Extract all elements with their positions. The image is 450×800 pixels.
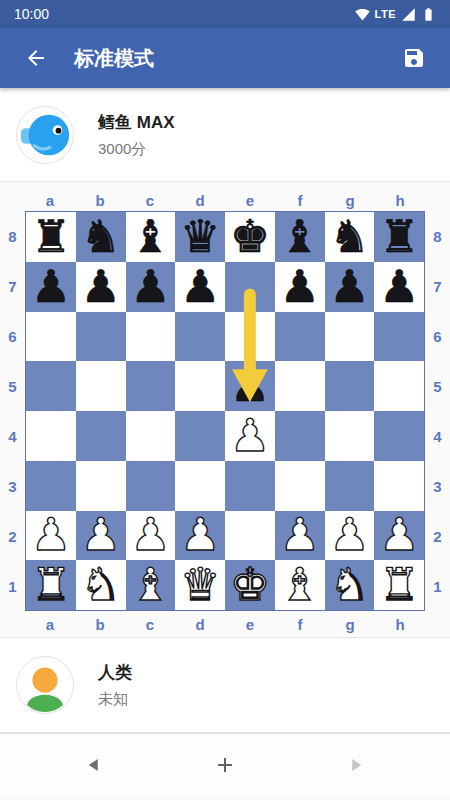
piece-white-king: ♚ xyxy=(230,561,270,609)
square-b2[interactable]: ♟ xyxy=(76,511,126,561)
rank-label-7: 7 xyxy=(425,261,450,311)
square-g4[interactable] xyxy=(325,411,375,461)
square-e8[interactable]: ♚ xyxy=(225,212,275,262)
piece-black-knight: ♞ xyxy=(329,213,369,261)
square-d2[interactable]: ♟ xyxy=(175,511,225,561)
piece-white-pawn: ♟ xyxy=(31,511,71,559)
square-c5[interactable] xyxy=(126,361,176,411)
rank-label-6: 6 xyxy=(0,311,25,361)
previous-move-icon[interactable] xyxy=(76,747,112,783)
square-a3[interactable] xyxy=(26,461,76,511)
square-a4[interactable] xyxy=(26,411,76,461)
rank-label-8: 8 xyxy=(0,211,25,261)
back-arrow-icon[interactable] xyxy=(16,38,56,78)
piece-black-pawn: ♟ xyxy=(279,263,319,311)
rank-label-3: 3 xyxy=(0,461,25,511)
square-g1[interactable]: ♞ xyxy=(325,560,375,610)
rank-label-7: 7 xyxy=(0,261,25,311)
file-label-d: d xyxy=(175,611,225,637)
rank-label-6: 6 xyxy=(425,311,450,361)
square-e2[interactable] xyxy=(225,511,275,561)
square-g7[interactable]: ♟ xyxy=(325,262,375,312)
piece-white-knight: ♞ xyxy=(80,561,120,609)
opponent-name: 鳕鱼 MAX xyxy=(98,111,175,134)
piece-white-pawn: ♟ xyxy=(329,511,369,559)
player-name: 人类 xyxy=(98,661,132,684)
square-a1[interactable]: ♜ xyxy=(26,560,76,610)
square-d5[interactable] xyxy=(175,361,225,411)
status-bar: 10:00 LTE xyxy=(0,0,450,28)
file-label-h: h xyxy=(375,611,425,637)
signal-icon xyxy=(401,7,416,22)
piece-black-pawn: ♟ xyxy=(180,263,220,311)
square-c2[interactable]: ♟ xyxy=(126,511,176,561)
rank-label-4: 4 xyxy=(425,411,450,461)
file-label-e: e xyxy=(225,190,275,211)
file-label-a: a xyxy=(25,190,75,211)
piece-white-pawn: ♟ xyxy=(279,511,319,559)
file-label-h: h xyxy=(375,190,425,211)
square-a7[interactable]: ♟ xyxy=(26,262,76,312)
square-b6[interactable] xyxy=(76,312,126,362)
file-label-b: b xyxy=(75,611,125,637)
square-b8[interactable]: ♞ xyxy=(76,212,126,262)
piece-black-king: ♚ xyxy=(230,213,270,261)
square-a2[interactable]: ♟ xyxy=(26,511,76,561)
piece-black-bishop: ♝ xyxy=(130,213,170,261)
square-f2[interactable]: ♟ xyxy=(275,511,325,561)
chess-board: ♜♞♝♛♚♝♞♜♟♟♟♟♟♟♟♟♟♟♟♟♟♟♟♟♜♞♝♛♚♝♞♜ xyxy=(25,211,425,611)
square-c6[interactable] xyxy=(126,312,176,362)
rank-label-5: 5 xyxy=(425,361,450,411)
square-h6[interactable] xyxy=(374,312,424,362)
piece-black-rook: ♜ xyxy=(379,213,419,261)
square-a6[interactable] xyxy=(26,312,76,362)
piece-white-bishop: ♝ xyxy=(279,561,319,609)
square-h7[interactable]: ♟ xyxy=(374,262,424,312)
fish-icon xyxy=(17,106,73,164)
piece-white-pawn: ♟ xyxy=(180,511,220,559)
player-card: 人类 未知 xyxy=(0,637,450,733)
piece-black-pawn: ♟ xyxy=(31,263,71,311)
square-h5[interactable] xyxy=(374,361,424,411)
piece-black-queen: ♛ xyxy=(180,213,220,261)
square-f8[interactable]: ♝ xyxy=(275,212,325,262)
rank-label-2: 2 xyxy=(0,511,25,561)
piece-black-pawn: ♟ xyxy=(230,362,270,410)
square-h3[interactable] xyxy=(374,461,424,511)
square-e3[interactable] xyxy=(225,461,275,511)
square-d1[interactable]: ♛ xyxy=(175,560,225,610)
player-rating: 未知 xyxy=(98,690,132,709)
square-f1[interactable]: ♝ xyxy=(275,560,325,610)
app-bar: 标准模式 xyxy=(0,28,450,88)
square-b7[interactable]: ♟ xyxy=(76,262,126,312)
square-a5[interactable] xyxy=(26,361,76,411)
piece-white-rook: ♜ xyxy=(31,561,71,609)
square-e1[interactable]: ♚ xyxy=(225,560,275,610)
square-h1[interactable]: ♜ xyxy=(374,560,424,610)
square-e5[interactable]: ♟ xyxy=(225,361,275,411)
square-a8[interactable]: ♜ xyxy=(26,212,76,262)
rank-label-8: 8 xyxy=(425,211,450,261)
file-label-c: c xyxy=(125,611,175,637)
square-c7[interactable]: ♟ xyxy=(126,262,176,312)
file-label-c: c xyxy=(125,190,175,211)
square-h4[interactable] xyxy=(374,411,424,461)
piece-black-pawn: ♟ xyxy=(130,263,170,311)
file-label-a: a xyxy=(25,611,75,637)
rank-label-3: 3 xyxy=(425,461,450,511)
wifi-icon xyxy=(355,7,370,22)
square-g8[interactable]: ♞ xyxy=(325,212,375,262)
square-g3[interactable] xyxy=(325,461,375,511)
square-f4[interactable] xyxy=(275,411,325,461)
rank-label-4: 4 xyxy=(0,411,25,461)
square-e7[interactable] xyxy=(225,262,275,312)
file-label-g: g xyxy=(325,611,375,637)
square-d4[interactable] xyxy=(175,411,225,461)
piece-black-rook: ♜ xyxy=(31,213,71,261)
clock: 10:00 xyxy=(14,6,49,22)
piece-black-pawn: ♟ xyxy=(80,263,120,311)
next-move-icon[interactable] xyxy=(338,747,374,783)
square-g2[interactable]: ♟ xyxy=(325,511,375,561)
network-type-label: LTE xyxy=(375,8,396,20)
square-f3[interactable] xyxy=(275,461,325,511)
square-g5[interactable] xyxy=(325,361,375,411)
page-title: 标准模式 xyxy=(74,45,154,72)
square-f7[interactable]: ♟ xyxy=(275,262,325,312)
rank-label-5: 5 xyxy=(0,361,25,411)
square-c1[interactable]: ♝ xyxy=(126,560,176,610)
piece-white-pawn: ♟ xyxy=(230,412,270,460)
piece-white-pawn: ♟ xyxy=(80,511,120,559)
rank-label-2: 2 xyxy=(425,511,450,561)
player-avatar xyxy=(16,656,74,714)
square-e6[interactable] xyxy=(225,312,275,362)
square-c8[interactable]: ♝ xyxy=(126,212,176,262)
square-b1[interactable]: ♞ xyxy=(76,560,126,610)
square-h8[interactable]: ♜ xyxy=(374,212,424,262)
piece-white-queen: ♛ xyxy=(180,561,220,609)
square-d3[interactable] xyxy=(175,461,225,511)
square-f5[interactable] xyxy=(275,361,325,411)
rank-label-1: 1 xyxy=(0,561,25,611)
file-label-b: b xyxy=(75,190,125,211)
piece-white-pawn: ♟ xyxy=(130,511,170,559)
file-label-f: f xyxy=(275,190,325,211)
piece-white-bishop: ♝ xyxy=(130,561,170,609)
square-b4[interactable] xyxy=(76,411,126,461)
rank-label-1: 1 xyxy=(425,561,450,611)
square-c3[interactable] xyxy=(126,461,176,511)
square-g6[interactable] xyxy=(325,312,375,362)
file-label-g: g xyxy=(325,190,375,211)
square-c4[interactable] xyxy=(126,411,176,461)
piece-black-pawn: ♟ xyxy=(329,263,369,311)
square-d6[interactable] xyxy=(175,312,225,362)
square-d7[interactable]: ♟ xyxy=(175,262,225,312)
square-b5[interactable] xyxy=(76,361,126,411)
board-section: abcdefgh 87654321 ♜♞♝♛♚♝♞♜♟♟♟♟♟♟♟♟♟♟♟♟♟♟… xyxy=(0,182,450,637)
piece-black-knight: ♞ xyxy=(80,213,120,261)
square-b3[interactable] xyxy=(76,461,126,511)
person-icon xyxy=(17,656,73,714)
battery-icon xyxy=(421,7,436,22)
piece-black-pawn: ♟ xyxy=(379,263,419,311)
file-label-f: f xyxy=(275,611,325,637)
rank-labels-right: 87654321 xyxy=(425,211,450,611)
add-icon[interactable] xyxy=(207,747,243,783)
square-h2[interactable]: ♟ xyxy=(374,511,424,561)
opponent-card: 鳕鱼 MAX 3000分 xyxy=(0,88,450,182)
rank-labels-left: 87654321 xyxy=(0,211,25,611)
file-label-e: e xyxy=(225,611,275,637)
opponent-avatar xyxy=(16,106,74,164)
file-labels-top: abcdefgh xyxy=(0,190,450,211)
piece-black-bishop: ♝ xyxy=(279,213,319,261)
file-label-d: d xyxy=(175,190,225,211)
bottom-nav xyxy=(0,733,450,795)
square-d8[interactable]: ♛ xyxy=(175,212,225,262)
square-e4[interactable]: ♟ xyxy=(225,411,275,461)
opponent-rating: 3000分 xyxy=(98,140,175,159)
square-f6[interactable] xyxy=(275,312,325,362)
piece-white-rook: ♜ xyxy=(379,561,419,609)
piece-white-knight: ♞ xyxy=(329,561,369,609)
piece-white-pawn: ♟ xyxy=(379,511,419,559)
file-labels-bottom: abcdefgh xyxy=(0,611,450,637)
save-icon[interactable] xyxy=(394,38,434,78)
